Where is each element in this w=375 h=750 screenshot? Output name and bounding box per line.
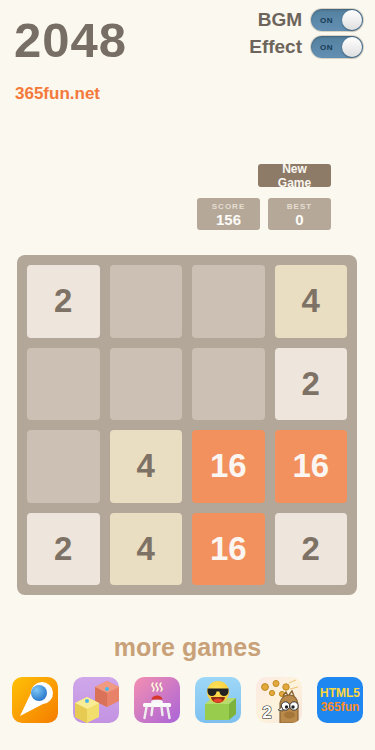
bgm-on-label: ON xyxy=(320,16,333,25)
tile-4: 4 xyxy=(110,430,183,503)
tile-16: 16 xyxy=(192,513,265,586)
html5-365fun-icon[interactable]: HTML5 365fun xyxy=(317,677,363,723)
empty-cell xyxy=(27,348,100,421)
site-link[interactable]: 365fun.net xyxy=(15,84,100,104)
more-games-heading: more games xyxy=(0,633,375,662)
score-value: 156 xyxy=(216,212,241,227)
effect-toggle-row: Effect ON xyxy=(249,36,363,58)
tile-2: 2 xyxy=(275,348,348,421)
tile-4: 4 xyxy=(275,265,348,338)
365fun-label: 365fun xyxy=(321,701,360,713)
tile-2: 2 xyxy=(275,513,348,586)
score-label: SCORE xyxy=(212,202,245,211)
best-box: BEST 0 xyxy=(268,198,331,230)
best-label: BEST xyxy=(287,202,312,211)
effect-on-label: ON xyxy=(320,43,333,52)
best-value: 0 xyxy=(295,212,303,227)
new-game-button[interactable]: New Game xyxy=(258,164,331,187)
empty-cell xyxy=(192,348,265,421)
effect-toggle-knob xyxy=(342,37,362,57)
bgm-toggle-knob xyxy=(342,10,362,30)
settings-toggles: BGM ON Effect ON xyxy=(249,9,363,63)
cube-jump-game-icon[interactable] xyxy=(73,677,119,723)
html5-label: HTML5 xyxy=(320,687,360,699)
emoji-cube-game-icon[interactable] xyxy=(195,677,241,723)
tile-16: 16 xyxy=(275,430,348,503)
empty-cell xyxy=(110,265,183,338)
board[interactable]: 2424161624162 xyxy=(17,255,357,595)
pinball-game-icon[interactable] xyxy=(12,677,58,723)
empty-cell xyxy=(110,348,183,421)
tile-4: 4 xyxy=(110,513,183,586)
tile-2: 2 xyxy=(27,513,100,586)
empty-cell xyxy=(27,430,100,503)
score-panel: SCORE 156 BEST 0 xyxy=(197,198,331,230)
coin-monster-badge: 2 xyxy=(262,703,271,722)
empty-cell xyxy=(192,265,265,338)
tile-2: 2 xyxy=(27,265,100,338)
bgm-label: BGM xyxy=(258,9,302,31)
more-games-icon-row: 2 HTML5 365fun xyxy=(12,677,363,723)
bgm-toggle[interactable]: ON xyxy=(311,9,363,31)
effect-toggle[interactable]: ON xyxy=(311,36,363,58)
table-food-game-icon[interactable] xyxy=(134,677,180,723)
score-box: SCORE 156 xyxy=(197,198,260,230)
bgm-toggle-row: BGM ON xyxy=(249,9,363,31)
coin-monster-game-icon[interactable]: 2 xyxy=(256,677,302,723)
effect-label: Effect xyxy=(249,36,302,58)
tile-16: 16 xyxy=(192,430,265,503)
page-title: 2048 xyxy=(14,12,127,68)
